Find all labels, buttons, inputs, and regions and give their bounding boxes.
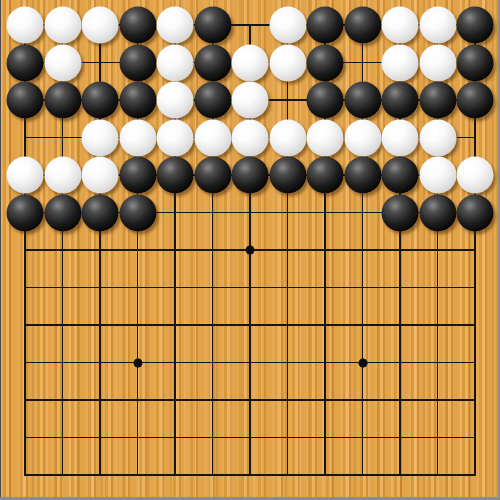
white-stone bbox=[7, 157, 44, 194]
white-stone bbox=[119, 119, 156, 156]
grid-line-horizontal bbox=[24, 324, 476, 326]
black-stone bbox=[82, 194, 119, 231]
star-point bbox=[358, 358, 367, 367]
white-stone bbox=[157, 44, 194, 81]
white-stone bbox=[82, 157, 119, 194]
white-stone bbox=[269, 119, 306, 156]
white-stone bbox=[307, 119, 344, 156]
black-stone bbox=[457, 44, 494, 81]
black-stone bbox=[232, 157, 269, 194]
star-point bbox=[133, 358, 142, 367]
white-stone bbox=[82, 119, 119, 156]
white-stone bbox=[157, 119, 194, 156]
white-stone bbox=[7, 7, 44, 44]
black-stone bbox=[194, 82, 231, 119]
black-stone bbox=[157, 157, 194, 194]
white-stone bbox=[419, 157, 456, 194]
white-stone bbox=[44, 44, 81, 81]
grid-line-horizontal bbox=[24, 437, 476, 439]
black-stone bbox=[307, 82, 344, 119]
black-stone bbox=[194, 7, 231, 44]
white-stone bbox=[232, 82, 269, 119]
white-stone bbox=[44, 7, 81, 44]
black-stone bbox=[457, 194, 494, 231]
white-stone bbox=[344, 119, 381, 156]
black-stone bbox=[307, 157, 344, 194]
black-stone bbox=[419, 194, 456, 231]
white-stone bbox=[419, 44, 456, 81]
grid-line-horizontal bbox=[24, 362, 476, 364]
white-stone bbox=[457, 157, 494, 194]
black-stone bbox=[194, 157, 231, 194]
black-stone bbox=[382, 157, 419, 194]
black-stone bbox=[82, 82, 119, 119]
black-stone bbox=[119, 157, 156, 194]
white-stone bbox=[382, 7, 419, 44]
black-stone bbox=[119, 82, 156, 119]
white-stone bbox=[419, 119, 456, 156]
black-stone bbox=[269, 157, 306, 194]
white-stone bbox=[382, 119, 419, 156]
go-board[interactable] bbox=[0, 0, 500, 500]
grid-line-horizontal bbox=[24, 287, 476, 289]
black-stone bbox=[7, 194, 44, 231]
star-point bbox=[246, 246, 255, 255]
black-stone bbox=[119, 194, 156, 231]
white-stone bbox=[157, 82, 194, 119]
black-stone bbox=[457, 7, 494, 44]
white-stone bbox=[194, 119, 231, 156]
black-stone bbox=[119, 44, 156, 81]
black-stone bbox=[307, 7, 344, 44]
grid-line-horizontal bbox=[24, 474, 476, 476]
white-stone bbox=[269, 44, 306, 81]
white-stone bbox=[44, 157, 81, 194]
grid-line-horizontal bbox=[24, 399, 476, 401]
grid-line-vertical bbox=[287, 24, 289, 476]
white-stone bbox=[232, 44, 269, 81]
black-stone bbox=[307, 44, 344, 81]
black-stone bbox=[7, 44, 44, 81]
black-stone bbox=[119, 7, 156, 44]
board-edge-left bbox=[0, 0, 1, 500]
black-stone bbox=[382, 194, 419, 231]
black-stone bbox=[44, 82, 81, 119]
black-stone bbox=[382, 82, 419, 119]
black-stone bbox=[344, 7, 381, 44]
white-stone bbox=[382, 44, 419, 81]
black-stone bbox=[457, 82, 494, 119]
white-stone bbox=[157, 7, 194, 44]
black-stone bbox=[344, 157, 381, 194]
black-stone bbox=[344, 82, 381, 119]
black-stone bbox=[419, 82, 456, 119]
black-stone bbox=[7, 82, 44, 119]
black-stone bbox=[194, 44, 231, 81]
white-stone bbox=[82, 7, 119, 44]
white-stone bbox=[269, 7, 306, 44]
white-stone bbox=[419, 7, 456, 44]
black-stone bbox=[44, 194, 81, 231]
white-stone bbox=[232, 119, 269, 156]
